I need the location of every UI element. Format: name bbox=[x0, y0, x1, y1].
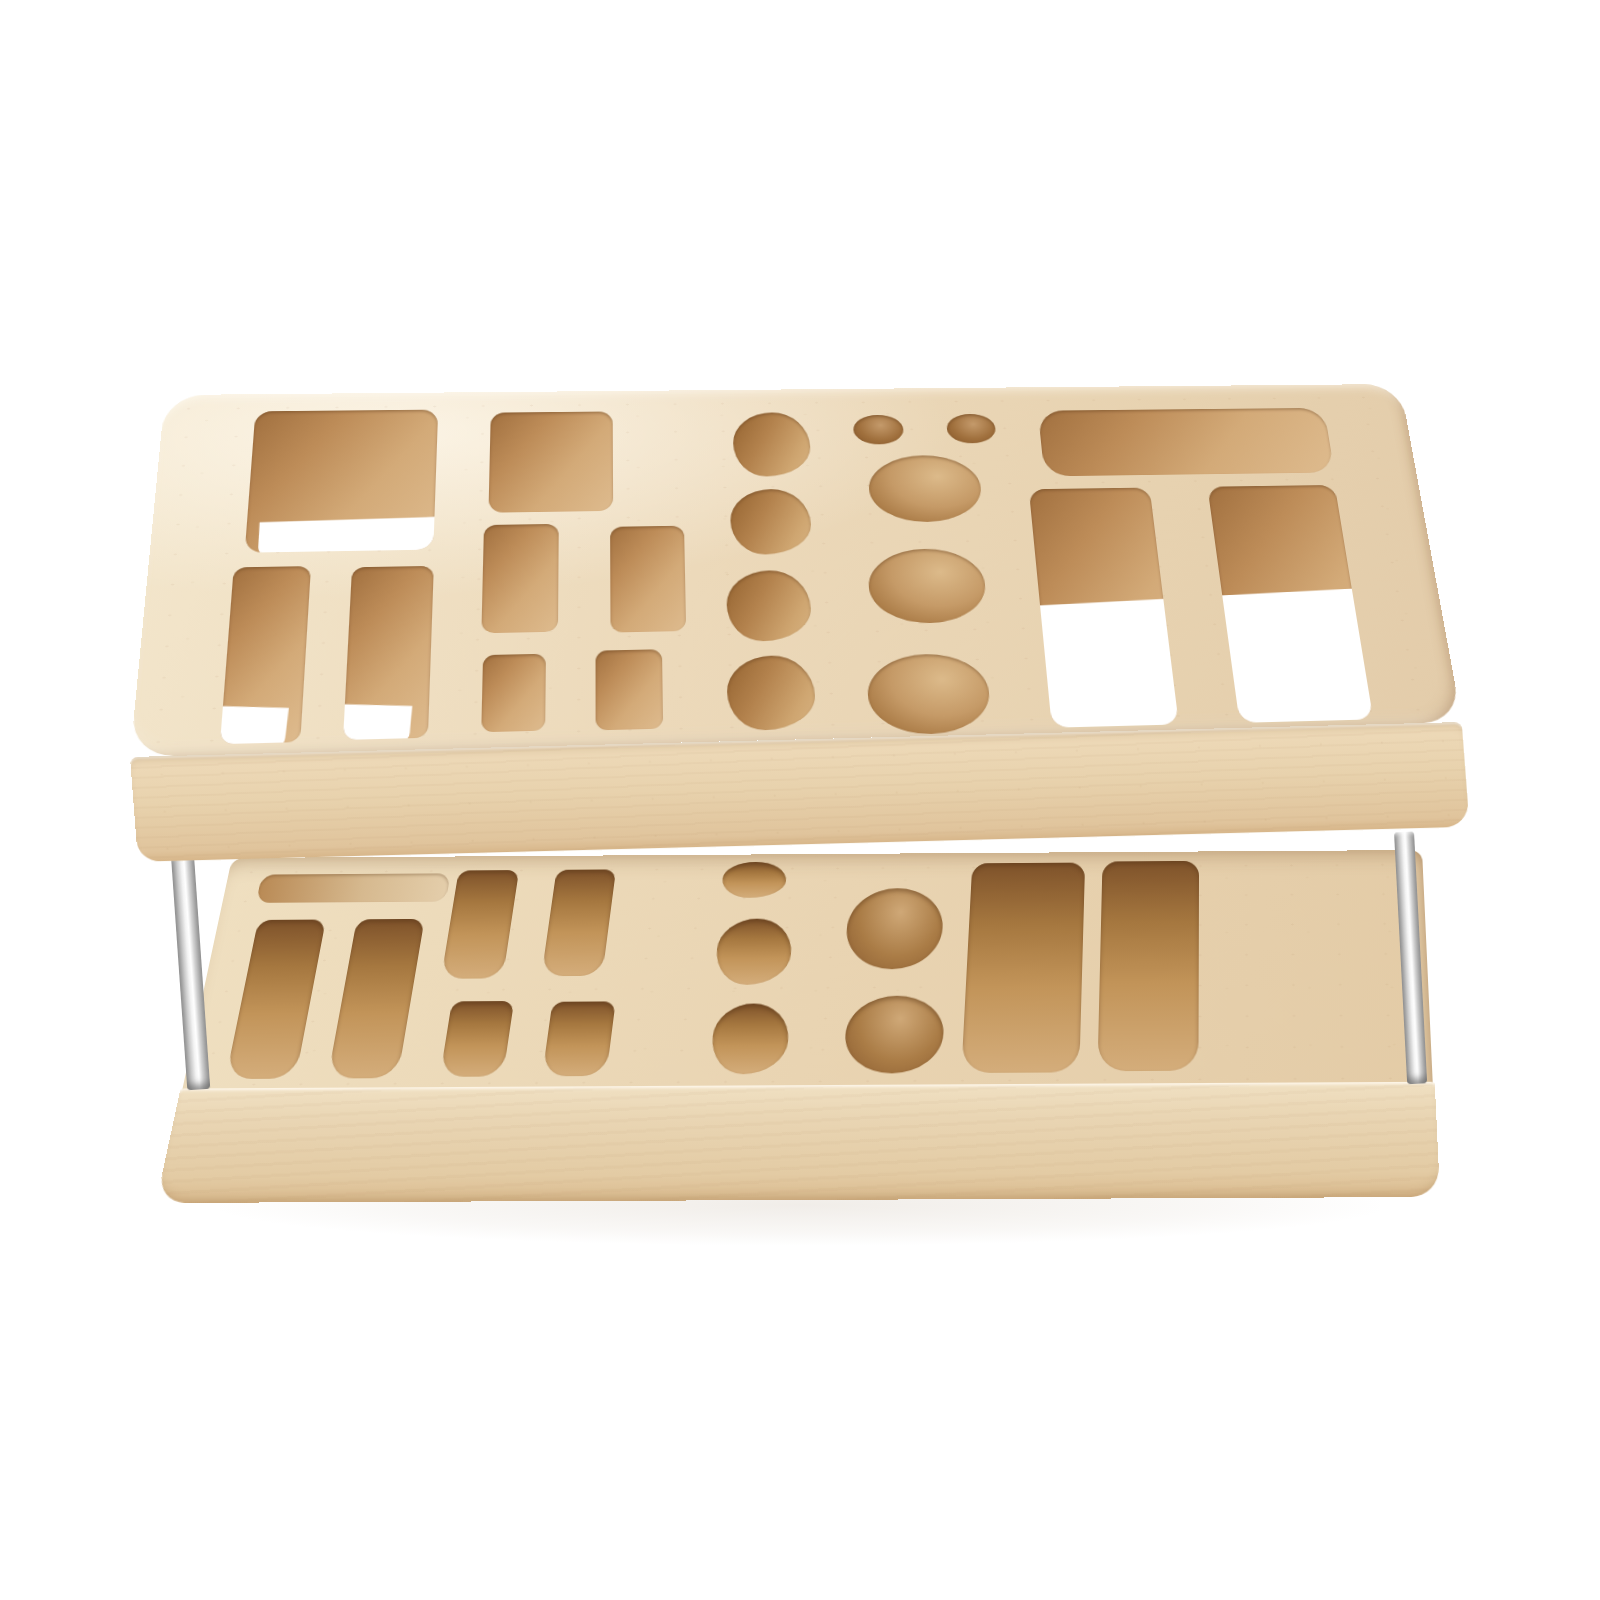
hole-long-rect bbox=[1038, 408, 1335, 477]
hole-tall-rect-2-through-gap bbox=[1215, 588, 1374, 723]
base-teardrop-mid bbox=[713, 918, 794, 985]
hole-teardrop-1 bbox=[732, 412, 811, 477]
hole-narrow-slot-2 bbox=[343, 566, 434, 740]
base-round-pocket-2 bbox=[842, 995, 945, 1073]
hole-large-round-1 bbox=[867, 455, 984, 523]
base-wide-pocket-2 bbox=[1097, 861, 1199, 1071]
metal-support-rod-left bbox=[171, 855, 210, 1090]
hole-small-round-1 bbox=[853, 415, 905, 445]
hole-small-rect-2 bbox=[610, 526, 686, 633]
hole-large-round-3 bbox=[866, 653, 993, 736]
hole-small-rect-3 bbox=[481, 654, 546, 733]
hole-small-rect-1 bbox=[481, 524, 558, 633]
base-teardrop-top bbox=[721, 862, 788, 898]
base-tall-slot-2 bbox=[327, 919, 424, 1079]
base-block bbox=[158, 850, 1438, 1203]
hole-narrow-slot-2-through-gap bbox=[343, 704, 413, 740]
hole-medium-rect bbox=[488, 411, 613, 512]
hole-small-round-2 bbox=[946, 414, 997, 444]
hole-teardrop-4 bbox=[726, 655, 816, 731]
hole-narrow-slot-1-through-gap bbox=[220, 706, 289, 745]
hole-teardrop-3 bbox=[726, 570, 812, 642]
hole-tall-rect-1 bbox=[1029, 488, 1179, 728]
hole-tall-rect-1-through-gap bbox=[1033, 599, 1179, 728]
hole-big-square bbox=[245, 410, 439, 553]
hole-narrow-slot-1 bbox=[220, 566, 311, 744]
product-photo-stage bbox=[0, 0, 1600, 1600]
top-plate-surface bbox=[130, 384, 1462, 757]
base-small-pocket-3 bbox=[440, 1001, 514, 1077]
base-teardrop-low bbox=[709, 1003, 792, 1074]
base-small-pocket-4 bbox=[542, 1001, 616, 1076]
hole-large-round-2 bbox=[867, 548, 988, 624]
base-notch bbox=[256, 873, 451, 903]
hole-teardrop-2 bbox=[730, 489, 813, 555]
hole-big-square-through-gap bbox=[258, 517, 438, 553]
base-small-pocket-1 bbox=[441, 870, 519, 979]
base-tall-slot-1 bbox=[225, 920, 325, 1080]
base-small-pocket-2 bbox=[541, 869, 616, 976]
base-front-face bbox=[156, 1082, 1440, 1203]
hole-small-rect-4 bbox=[596, 649, 664, 730]
base-wide-pocket-1 bbox=[961, 863, 1085, 1073]
hole-tall-rect-2 bbox=[1207, 485, 1373, 723]
base-round-pocket-1 bbox=[844, 888, 945, 970]
